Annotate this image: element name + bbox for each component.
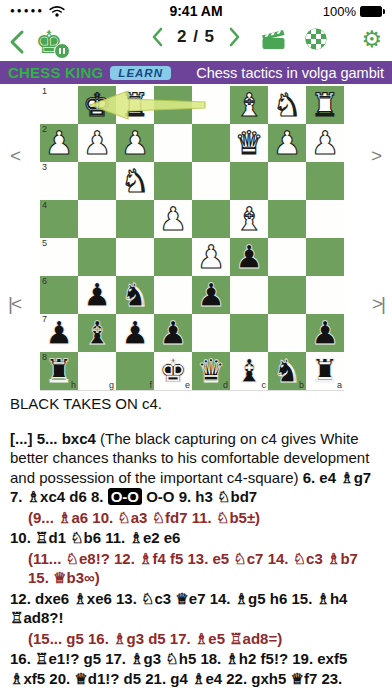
notation-panel: BLACK TAKES ON c4. [...] 5... bxc4 (The … <box>0 394 392 696</box>
file-label: a <box>337 380 342 390</box>
notation-segment: (9... ♗a6 10. ♘a3 ♘fd7 11. ♘b5±) <box>28 509 260 526</box>
prev-move-button[interactable]: < <box>10 146 19 166</box>
square-e3[interactable] <box>154 162 192 200</box>
square-b8[interactable]: b♞ <box>268 352 306 390</box>
checkered-ball-icon <box>304 27 328 51</box>
notation-body: [...] 5... bxc4 (The black capturing on … <box>10 429 382 689</box>
notation-main-line: 10. ♖d1 ♘b6 11. ♗e2 e6 <box>10 528 382 548</box>
square-e6[interactable] <box>154 276 192 314</box>
square-a4[interactable] <box>306 200 344 238</box>
next-page-icon[interactable] <box>229 27 240 47</box>
square-c7[interactable] <box>230 314 268 352</box>
square-g7[interactable]: ♝ <box>78 314 116 352</box>
current-move-highlight[interactable]: O-O <box>108 488 142 505</box>
square-c6[interactable] <box>230 276 268 314</box>
learn-badge: LEARN <box>110 66 171 80</box>
black-pawn-piece: ♟ <box>192 276 230 314</box>
white-pawn-piece: ♟ <box>306 124 344 162</box>
square-c3[interactable] <box>230 162 268 200</box>
square-h6[interactable]: 6 <box>40 276 78 314</box>
brand-logo-text: CHESS KING <box>8 64 103 81</box>
rank-label: 6 <box>42 276 47 287</box>
notation-main-line: 16. ♖e1!? g5 17. ♗g3 ♘h5 18. ♗h2 f5!? 19… <box>10 649 382 688</box>
rank-label: 2 <box>42 124 47 135</box>
file-label: h <box>71 380 76 390</box>
white-pawn-piece: ♟ <box>154 200 192 238</box>
square-h2[interactable]: 2♟ <box>40 124 78 162</box>
white-knight-piece: ♞ <box>116 162 154 200</box>
square-g1[interactable]: ♚ <box>78 86 116 124</box>
rank-label: 5 <box>42 238 47 249</box>
notation-segment: (15... g5 16. ♗g3 d5 17. ♗e5 ♖ad8=) <box>28 630 282 647</box>
square-b5[interactable] <box>268 238 306 276</box>
notation-segment: 10. ♖d1 ♘b6 11. ♗e2 e6 <box>10 529 180 546</box>
square-c1[interactable]: ♝ <box>230 86 268 124</box>
rank-label: 3 <box>42 162 47 173</box>
white-pawn-piece: ♟ <box>192 238 230 276</box>
movie-clapper-icon[interactable] <box>260 27 287 51</box>
settings-gear-icon[interactable]: ⚙ <box>361 27 382 51</box>
last-move-button[interactable]: >| <box>372 294 384 314</box>
square-f8[interactable]: f <box>116 352 154 390</box>
square-a5[interactable] <box>306 238 344 276</box>
square-c8[interactable]: c♝ <box>230 352 268 390</box>
square-g5[interactable] <box>78 238 116 276</box>
notation-main-line: 12. dxe6 ♗xe6 13. ♘c3 ♕e7 14. ♗g5 h6 15.… <box>10 589 382 628</box>
black-pawn-piece: ♟ <box>78 276 116 314</box>
notation-variation-line: (15... g5 16. ♗g3 d5 17. ♗e5 ♖ad8=) <box>10 629 382 649</box>
square-b3[interactable] <box>268 162 306 200</box>
black-pawn-piece: ♟ <box>230 238 268 276</box>
page-indicator: 2 / 5 <box>177 27 215 47</box>
prev-page-icon[interactable] <box>152 27 163 47</box>
rank-label: 8 <box>42 352 47 363</box>
notation-main-line: [...] 5... bxc4 (The black capturing on … <box>10 429 382 507</box>
signal-area: ●●●●● <box>10 5 65 17</box>
square-c5[interactable]: ♟ <box>230 238 268 276</box>
square-f3[interactable]: ♞ <box>116 162 154 200</box>
next-move-button[interactable]: > <box>371 146 380 166</box>
notation-segment: 16. ♖e1!? g5 17. ♗g3 ♘h5 18. ♗h2 f5!? 19… <box>10 650 347 687</box>
white-pawn-piece: ♟ <box>268 124 306 162</box>
square-h4[interactable]: 4 <box>40 200 78 238</box>
square-h5[interactable]: 5 <box>40 238 78 276</box>
black-pawn-piece: ♟ <box>154 314 192 352</box>
file-label: f <box>149 380 152 390</box>
lesson-heading: BLACK TAKES ON c4. <box>10 394 382 414</box>
square-a3[interactable] <box>306 162 344 200</box>
battery-icon <box>360 6 382 17</box>
square-d4[interactable] <box>192 200 230 238</box>
cell-signal-icon: ●●●●● <box>10 7 44 15</box>
white-knight-piece: ♞ <box>268 86 306 124</box>
square-f7[interactable]: ♟ <box>116 314 154 352</box>
rank-label: 7 <box>42 314 47 325</box>
square-b4[interactable] <box>268 200 306 238</box>
square-e8[interactable]: e♚ <box>154 352 192 390</box>
battery-percent: 100% <box>323 4 356 19</box>
square-c4[interactable]: ♝ <box>230 200 268 238</box>
square-e2[interactable] <box>154 124 192 162</box>
notation-variation-line: (9... ♗a6 10. ♘a3 ♘fd7 11. ♘b5±) <box>10 508 382 528</box>
square-b2[interactable]: ♟ <box>268 124 306 162</box>
square-g8[interactable]: g <box>78 352 116 390</box>
square-e1[interactable] <box>154 86 192 124</box>
square-f5[interactable] <box>116 238 154 276</box>
square-f6[interactable]: ♞ <box>116 276 154 314</box>
square-a2[interactable]: ♟ <box>306 124 344 162</box>
course-title: Chess tactics in volga gambit <box>196 65 384 81</box>
square-a8[interactable]: a♜ <box>306 352 344 390</box>
square-d7[interactable] <box>192 314 230 352</box>
black-bishop-piece: ♝ <box>78 314 116 352</box>
square-e5[interactable] <box>154 238 192 276</box>
square-b7[interactable] <box>268 314 306 352</box>
notation-variation-line: (11... ♘e8!? 12. ♗f4 f5 13. e5 ♘c7 14. ♘… <box>10 549 382 588</box>
file-label: g <box>109 380 114 390</box>
square-f2[interactable]: ♟ <box>116 124 154 162</box>
rank-label: 1 <box>42 86 47 97</box>
white-pawn-piece: ♟ <box>78 124 116 162</box>
square-a7[interactable]: ♟ <box>306 314 344 352</box>
square-d3[interactable] <box>192 162 230 200</box>
square-d8[interactable]: d♛ <box>192 352 230 390</box>
square-h8[interactable]: 8h♜ <box>40 352 78 390</box>
square-b6[interactable] <box>268 276 306 314</box>
white-bishop-piece: ♝ <box>230 86 268 124</box>
square-a1[interactable]: ♜ <box>306 86 344 124</box>
square-f1[interactable]: ♜ <box>116 86 154 124</box>
square-c2[interactable]: ♛ <box>230 124 268 162</box>
square-h3[interactable]: 3 <box>40 162 78 200</box>
square-g6[interactable]: ♟ <box>78 276 116 314</box>
white-king-piece: ♚ <box>78 86 116 124</box>
white-rook-piece: ♜ <box>306 86 344 124</box>
square-f4[interactable] <box>116 200 154 238</box>
notation-segment: 12. dxe6 ♗xe6 13. ♘c3 ♕e7 14. ♗g5 h6 15.… <box>10 590 347 627</box>
status-bar: ●●●●● 9:41 AM 100% <box>0 0 392 22</box>
nav-bar: ♚ 2 / 5 <box>0 22 392 61</box>
square-b1[interactable]: ♞ <box>268 86 306 124</box>
square-a6[interactable] <box>306 276 344 314</box>
square-d5[interactable]: ♟ <box>192 238 230 276</box>
app-screen: ●●●●● 9:41 AM 100% ♚ 2 / 5 <box>0 0 392 696</box>
notation-segment: (11... ♘e8!? 12. ♗f4 f5 13. e5 ♘c7 14. ♘… <box>28 550 358 587</box>
file-label: e <box>185 380 190 390</box>
wifi-icon <box>49 5 65 17</box>
file-label: b <box>299 380 304 390</box>
square-g3[interactable] <box>78 162 116 200</box>
square-h7[interactable]: 7♟ <box>40 314 78 352</box>
square-d6[interactable]: ♟ <box>192 276 230 314</box>
title-banner: CHESS KING LEARN Chess tactics in volga … <box>0 61 392 84</box>
notation-segment: O-O 9. h3 ♘bd7 <box>142 488 257 505</box>
notation-segment: [...] 5... bxc4 <box>10 430 100 447</box>
black-pawn-piece: ♟ <box>116 314 154 352</box>
square-e4[interactable]: ♟ <box>154 200 192 238</box>
white-bishop-piece: ♝ <box>230 200 268 238</box>
white-queen-piece: ♛ <box>230 124 268 162</box>
file-label: d <box>223 380 228 390</box>
rank-label: 4 <box>42 200 47 211</box>
file-label: c <box>262 380 267 390</box>
square-h1[interactable]: 1 <box>40 86 78 124</box>
square-g4[interactable] <box>78 200 116 238</box>
black-pawn-piece: ♟ <box>306 314 344 352</box>
square-d2[interactable] <box>192 124 230 162</box>
chess-board[interactable]: 1♚♜♝♞♜2♟♟♟♛♟♟3♞4♟♝5♟♟6♟♞♟7♟♝♟♟♟8h♜gfe♚d♛… <box>40 86 344 391</box>
white-pawn-piece: ♟ <box>116 124 154 162</box>
board-display-toggle[interactable] <box>304 27 344 51</box>
square-d1[interactable] <box>192 86 230 124</box>
first-move-button[interactable]: |< <box>8 294 20 314</box>
square-e7[interactable]: ♟ <box>154 314 192 352</box>
white-rook-piece: ♜ <box>116 86 154 124</box>
square-g2[interactable]: ♟ <box>78 124 116 162</box>
black-knight-piece: ♞ <box>116 276 154 314</box>
